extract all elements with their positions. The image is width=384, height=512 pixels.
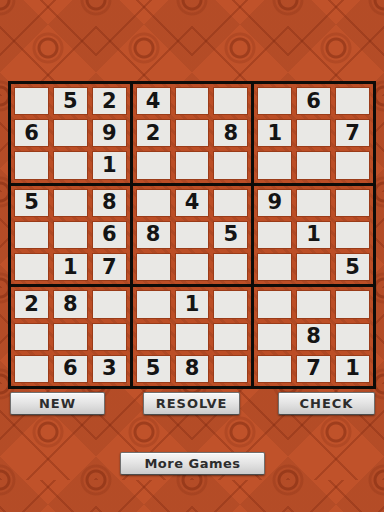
sudoku-cell[interactable]: [53, 119, 88, 147]
sudoku-cell[interactable]: [175, 253, 210, 281]
sudoku-cell[interactable]: [213, 253, 248, 281]
sudoku-cell[interactable]: 1: [335, 355, 370, 383]
sudoku-cell[interactable]: 1: [53, 253, 88, 281]
sudoku-board: 52691 428 617 58617 485 915 2863 158 871: [8, 81, 376, 389]
sudoku-cell[interactable]: [296, 151, 331, 179]
sudoku-cell[interactable]: [213, 87, 248, 115]
sudoku-cell[interactable]: [136, 253, 171, 281]
sudoku-cell[interactable]: [213, 323, 248, 351]
sudoku-cell[interactable]: 1: [296, 221, 331, 249]
sudoku-cell[interactable]: [136, 323, 171, 351]
sudoku-cell[interactable]: [213, 355, 248, 383]
sudoku-cell[interactable]: 4: [175, 189, 210, 217]
sudoku-cell[interactable]: 6: [14, 119, 49, 147]
sudoku-cell[interactable]: [53, 151, 88, 179]
sudoku-box: 915: [254, 186, 373, 285]
sudoku-cell[interactable]: [175, 323, 210, 351]
sudoku-box: 2863: [11, 287, 130, 386]
sudoku-cell[interactable]: [53, 323, 88, 351]
sudoku-cell[interactable]: [296, 290, 331, 318]
sudoku-box: 58617: [11, 186, 130, 285]
sudoku-cell[interactable]: [92, 323, 127, 351]
sudoku-cell[interactable]: [14, 323, 49, 351]
sudoku-cell[interactable]: 8: [296, 323, 331, 351]
sudoku-cell[interactable]: 6: [92, 221, 127, 249]
sudoku-box: 158: [133, 287, 252, 386]
sudoku-cell[interactable]: 4: [136, 87, 171, 115]
sudoku-cell[interactable]: 5: [335, 253, 370, 281]
new-button[interactable]: NEW: [10, 392, 105, 415]
sudoku-cell[interactable]: [335, 189, 370, 217]
sudoku-cell[interactable]: [213, 189, 248, 217]
sudoku-cell[interactable]: [335, 151, 370, 179]
wallpaper: 52691 428 617 58617 485 915 2863 158 871…: [0, 0, 384, 512]
sudoku-cell[interactable]: [296, 189, 331, 217]
sudoku-cell[interactable]: [14, 221, 49, 249]
sudoku-cell[interactable]: [335, 87, 370, 115]
sudoku-cell[interactable]: [213, 151, 248, 179]
sudoku-cell[interactable]: 1: [257, 119, 292, 147]
sudoku-cell[interactable]: [92, 290, 127, 318]
sudoku-cell[interactable]: [175, 221, 210, 249]
sudoku-cell[interactable]: [257, 87, 292, 115]
check-button[interactable]: CHECK: [278, 392, 375, 415]
sudoku-cell[interactable]: 7: [92, 253, 127, 281]
sudoku-cell[interactable]: [53, 189, 88, 217]
sudoku-cell[interactable]: 9: [257, 189, 292, 217]
sudoku-cell[interactable]: 7: [296, 355, 331, 383]
sudoku-cell[interactable]: 9: [92, 119, 127, 147]
sudoku-cell[interactable]: 7: [335, 119, 370, 147]
sudoku-cell[interactable]: [14, 87, 49, 115]
sudoku-cell[interactable]: 2: [14, 290, 49, 318]
sudoku-cell[interactable]: [175, 87, 210, 115]
sudoku-cell[interactable]: [257, 151, 292, 179]
sudoku-box: 485: [133, 186, 252, 285]
sudoku-cell[interactable]: [213, 290, 248, 318]
sudoku-cell[interactable]: 8: [136, 221, 171, 249]
sudoku-cell[interactable]: 8: [53, 290, 88, 318]
sudoku-cell[interactable]: [257, 253, 292, 281]
sudoku-cell[interactable]: 6: [296, 87, 331, 115]
sudoku-cell[interactable]: 8: [213, 119, 248, 147]
sudoku-box: 617: [254, 84, 373, 183]
sudoku-cell[interactable]: [257, 221, 292, 249]
sudoku-cell[interactable]: 3: [92, 355, 127, 383]
sudoku-cell[interactable]: [14, 253, 49, 281]
sudoku-cell[interactable]: [335, 221, 370, 249]
sudoku-cell[interactable]: 1: [175, 290, 210, 318]
sudoku-cell[interactable]: 8: [175, 355, 210, 383]
sudoku-cell[interactable]: [14, 151, 49, 179]
sudoku-cell[interactable]: 2: [92, 87, 127, 115]
resolve-button[interactable]: RESOLVE: [143, 392, 240, 415]
sudoku-cell[interactable]: [335, 290, 370, 318]
sudoku-box: 52691: [11, 84, 130, 183]
sudoku-cell[interactable]: [296, 253, 331, 281]
sudoku-cell[interactable]: [175, 151, 210, 179]
sudoku-cell[interactable]: [257, 290, 292, 318]
sudoku-cell[interactable]: [257, 323, 292, 351]
sudoku-box: 871: [254, 287, 373, 386]
sudoku-cell[interactable]: [175, 119, 210, 147]
more-games-button[interactable]: More Games: [120, 452, 265, 475]
sudoku-box: 428: [133, 84, 252, 183]
sudoku-cell[interactable]: 6: [53, 355, 88, 383]
sudoku-cell[interactable]: 5: [14, 189, 49, 217]
sudoku-cell[interactable]: [257, 355, 292, 383]
sudoku-cell[interactable]: [296, 119, 331, 147]
sudoku-cell[interactable]: [335, 323, 370, 351]
sudoku-cell[interactable]: [14, 355, 49, 383]
sudoku-cell[interactable]: 2: [136, 119, 171, 147]
sudoku-cell[interactable]: [136, 290, 171, 318]
sudoku-cell[interactable]: 1: [92, 151, 127, 179]
sudoku-cell[interactable]: [53, 221, 88, 249]
sudoku-cell[interactable]: [136, 189, 171, 217]
sudoku-cell[interactable]: [136, 151, 171, 179]
sudoku-cell[interactable]: 8: [92, 189, 127, 217]
sudoku-cell[interactable]: 5: [213, 221, 248, 249]
sudoku-cell[interactable]: 5: [136, 355, 171, 383]
sudoku-cell[interactable]: 5: [53, 87, 88, 115]
